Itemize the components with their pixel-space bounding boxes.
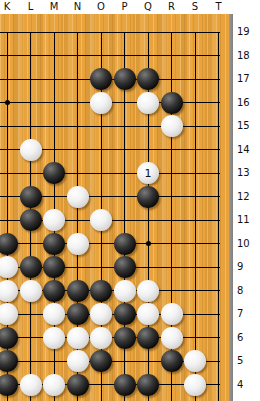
star-point-K16 — [5, 100, 10, 105]
stone-black-O17[interactable] — [90, 68, 112, 90]
stone-black-N7[interactable] — [67, 303, 89, 325]
stone-white-M6[interactable] — [43, 327, 65, 349]
stone-white-N10[interactable] — [67, 233, 89, 255]
row-label-19: 19 — [237, 25, 259, 39]
stone-white-Q13[interactable]: 1 — [137, 162, 159, 184]
row-label-14: 14 — [237, 143, 259, 157]
stone-black-P7[interactable] — [114, 303, 136, 325]
grid-line-row-10 — [0, 243, 220, 244]
stone-white-L8[interactable] — [20, 280, 42, 302]
row-label-17: 17 — [237, 72, 259, 86]
stone-white-N6[interactable] — [67, 327, 89, 349]
stone-black-Q17[interactable] — [137, 68, 159, 90]
row-label-18: 18 — [237, 49, 259, 63]
stone-black-Q4[interactable] — [137, 374, 159, 396]
go-board-diagram: KLMNOPQRST19181716151413121110987654 1 — [0, 0, 260, 401]
stone-black-L12[interactable] — [20, 186, 42, 208]
column-label-S: S — [186, 0, 204, 14]
grid-line-row-13 — [0, 173, 220, 174]
row-label-8: 8 — [237, 284, 259, 298]
row-label-15: 15 — [237, 119, 259, 133]
move-number-label: 1 — [145, 168, 152, 179]
stone-black-N4[interactable] — [67, 374, 89, 396]
row-label-4: 4 — [237, 378, 259, 392]
stone-white-P8[interactable] — [114, 280, 136, 302]
row-label-6: 6 — [237, 331, 259, 345]
stone-black-M10[interactable] — [43, 233, 65, 255]
grid-line-col-T — [218, 32, 219, 401]
grid-line-row-18 — [0, 55, 220, 56]
column-label-N: N — [69, 0, 87, 14]
stone-black-L11[interactable] — [20, 209, 42, 231]
stone-white-S4[interactable] — [184, 374, 206, 396]
column-label-T: T — [210, 0, 228, 14]
stone-black-M13[interactable] — [43, 162, 65, 184]
column-label-L: L — [22, 0, 40, 14]
stone-white-N5[interactable] — [67, 350, 89, 372]
row-label-16: 16 — [237, 96, 259, 110]
column-label-O: O — [92, 0, 110, 14]
stone-black-P9[interactable] — [114, 256, 136, 278]
row-label-13: 13 — [237, 166, 259, 180]
stone-white-R15[interactable] — [161, 115, 183, 137]
stone-black-P10[interactable] — [114, 233, 136, 255]
grid-line-row-15 — [0, 126, 220, 127]
board-edge-shadow — [229, 14, 233, 401]
row-label-11: 11 — [237, 213, 259, 227]
column-label-R: R — [163, 0, 181, 14]
stone-white-R6[interactable] — [161, 327, 183, 349]
stone-white-O16[interactable] — [90, 92, 112, 114]
column-label-Q: Q — [139, 0, 157, 14]
stone-white-N12[interactable] — [67, 186, 89, 208]
stone-white-R7[interactable] — [161, 303, 183, 325]
stone-black-R16[interactable] — [161, 92, 183, 114]
column-label-K: K — [0, 0, 16, 14]
column-label-P: P — [116, 0, 134, 14]
stone-white-M4[interactable] — [43, 374, 65, 396]
stone-black-L9[interactable] — [20, 256, 42, 278]
stone-black-R5[interactable] — [161, 350, 183, 372]
stone-black-O8[interactable] — [90, 280, 112, 302]
stone-black-N8[interactable] — [67, 280, 89, 302]
stone-black-P6[interactable] — [114, 327, 136, 349]
row-label-7: 7 — [237, 307, 259, 321]
column-label-M: M — [45, 0, 63, 14]
stone-black-P4[interactable] — [114, 374, 136, 396]
star-point-Q10 — [146, 241, 151, 246]
row-label-10: 10 — [237, 237, 259, 251]
row-label-12: 12 — [237, 190, 259, 204]
stone-white-O6[interactable] — [90, 327, 112, 349]
grid-line-row-19 — [0, 32, 220, 33]
row-label-5: 5 — [237, 354, 259, 368]
stone-black-Q6[interactable] — [137, 327, 159, 349]
stone-black-Q12[interactable] — [137, 186, 159, 208]
stone-white-Q16[interactable] — [137, 92, 159, 114]
stone-white-L4[interactable] — [20, 374, 42, 396]
stone-black-M8[interactable] — [43, 280, 65, 302]
row-label-9: 9 — [237, 260, 259, 274]
stone-white-Q8[interactable] — [137, 280, 159, 302]
stone-white-L14[interactable] — [20, 139, 42, 161]
stone-black-P17[interactable] — [114, 68, 136, 90]
grid-line-col-S — [195, 32, 196, 401]
